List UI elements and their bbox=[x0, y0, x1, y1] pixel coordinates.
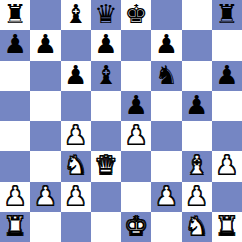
square-e3[interactable] bbox=[121, 151, 151, 181]
square-b7[interactable]: ♟ bbox=[30, 30, 60, 60]
square-b5[interactable] bbox=[30, 91, 60, 121]
black-rook[interactable]: ♜ bbox=[3, 1, 26, 27]
white-pawn[interactable]: ♟ bbox=[185, 183, 208, 209]
square-d6[interactable]: ♝ bbox=[91, 61, 121, 91]
square-c1[interactable] bbox=[61, 212, 91, 242]
white-knight[interactable]: ♞ bbox=[64, 152, 87, 178]
square-h3[interactable]: ♟ bbox=[212, 151, 242, 181]
square-a6[interactable] bbox=[0, 61, 30, 91]
black-pawn[interactable]: ♟ bbox=[34, 31, 57, 57]
square-f5[interactable] bbox=[151, 91, 181, 121]
square-a4[interactable] bbox=[0, 121, 30, 151]
black-king[interactable]: ♚ bbox=[124, 1, 147, 27]
square-d4[interactable] bbox=[91, 121, 121, 151]
square-e5[interactable]: ♟ bbox=[121, 91, 151, 121]
square-e7[interactable] bbox=[121, 30, 151, 60]
white-bishop[interactable]: ♝ bbox=[185, 152, 208, 178]
square-e2[interactable] bbox=[121, 182, 151, 212]
white-queen[interactable]: ♛ bbox=[94, 152, 117, 178]
square-a2[interactable]: ♟ bbox=[0, 182, 30, 212]
white-rook[interactable]: ♜ bbox=[3, 213, 26, 239]
square-b3[interactable] bbox=[30, 151, 60, 181]
black-pawn[interactable]: ♟ bbox=[155, 31, 178, 57]
square-g7[interactable] bbox=[182, 30, 212, 60]
square-e6[interactable] bbox=[121, 61, 151, 91]
square-g6[interactable] bbox=[182, 61, 212, 91]
square-a5[interactable] bbox=[0, 91, 30, 121]
square-f8[interactable] bbox=[151, 0, 181, 30]
square-c3[interactable]: ♞ bbox=[61, 151, 91, 181]
square-c5[interactable] bbox=[61, 91, 91, 121]
square-g3[interactable]: ♝ bbox=[182, 151, 212, 181]
black-pawn[interactable]: ♟ bbox=[3, 31, 26, 57]
black-bishop[interactable]: ♝ bbox=[64, 1, 87, 27]
black-pawn[interactable]: ♟ bbox=[185, 92, 208, 118]
square-g8[interactable] bbox=[182, 0, 212, 30]
square-d8[interactable]: ♛ bbox=[91, 0, 121, 30]
black-rook[interactable]: ♜ bbox=[215, 1, 238, 27]
square-c8[interactable]: ♝ bbox=[61, 0, 91, 30]
white-pawn[interactable]: ♟ bbox=[3, 183, 26, 209]
square-h1[interactable]: ♜ bbox=[212, 212, 242, 242]
square-b8[interactable] bbox=[30, 0, 60, 30]
white-pawn[interactable]: ♟ bbox=[215, 152, 238, 178]
square-a8[interactable]: ♜ bbox=[0, 0, 30, 30]
square-b2[interactable]: ♟ bbox=[30, 182, 60, 212]
square-f2[interactable]: ♟ bbox=[151, 182, 181, 212]
square-e4[interactable]: ♟ bbox=[121, 121, 151, 151]
square-f1[interactable] bbox=[151, 212, 181, 242]
square-d3[interactable]: ♛ bbox=[91, 151, 121, 181]
white-king[interactable]: ♚ bbox=[124, 213, 147, 239]
white-pawn[interactable]: ♟ bbox=[34, 183, 57, 209]
square-d2[interactable] bbox=[91, 182, 121, 212]
square-h2[interactable] bbox=[212, 182, 242, 212]
black-pawn[interactable]: ♟ bbox=[64, 62, 87, 88]
square-f3[interactable] bbox=[151, 151, 181, 181]
square-g4[interactable] bbox=[182, 121, 212, 151]
square-d7[interactable]: ♟ bbox=[91, 30, 121, 60]
white-pawn[interactable]: ♟ bbox=[64, 122, 87, 148]
square-d1[interactable] bbox=[91, 212, 121, 242]
square-f7[interactable]: ♟ bbox=[151, 30, 181, 60]
square-a7[interactable]: ♟ bbox=[0, 30, 30, 60]
white-pawn[interactable]: ♟ bbox=[155, 183, 178, 209]
square-g5[interactable]: ♟ bbox=[182, 91, 212, 121]
black-pawn[interactable]: ♟ bbox=[215, 62, 238, 88]
square-e8[interactable]: ♚ bbox=[121, 0, 151, 30]
square-c6[interactable]: ♟ bbox=[61, 61, 91, 91]
square-c4[interactable]: ♟ bbox=[61, 121, 91, 151]
black-knight[interactable]: ♞ bbox=[155, 62, 178, 88]
square-f6[interactable]: ♞ bbox=[151, 61, 181, 91]
chess-board: ♜♝♛♚♜♟♟♟♟♟♝♞♟♟♟♟♟♞♛♝♟♟♟♟♟♟♜♚♞♜ bbox=[0, 0, 242, 242]
black-pawn[interactable]: ♟ bbox=[124, 92, 147, 118]
square-a3[interactable] bbox=[0, 151, 30, 181]
white-pawn[interactable]: ♟ bbox=[64, 183, 87, 209]
square-h8[interactable]: ♜ bbox=[212, 0, 242, 30]
square-b4[interactable] bbox=[30, 121, 60, 151]
black-pawn[interactable]: ♟ bbox=[94, 31, 117, 57]
square-c7[interactable] bbox=[61, 30, 91, 60]
square-b1[interactable] bbox=[30, 212, 60, 242]
square-a1[interactable]: ♜ bbox=[0, 212, 30, 242]
square-b6[interactable] bbox=[30, 61, 60, 91]
square-g1[interactable]: ♞ bbox=[182, 212, 212, 242]
square-c2[interactable]: ♟ bbox=[61, 182, 91, 212]
square-d5[interactable] bbox=[91, 91, 121, 121]
square-g2[interactable]: ♟ bbox=[182, 182, 212, 212]
square-h5[interactable] bbox=[212, 91, 242, 121]
square-h4[interactable] bbox=[212, 121, 242, 151]
square-h6[interactable]: ♟ bbox=[212, 61, 242, 91]
black-queen[interactable]: ♛ bbox=[94, 1, 117, 27]
square-f4[interactable] bbox=[151, 121, 181, 151]
white-pawn[interactable]: ♟ bbox=[124, 122, 147, 148]
white-rook[interactable]: ♜ bbox=[215, 213, 238, 239]
black-bishop[interactable]: ♝ bbox=[94, 62, 117, 88]
white-knight[interactable]: ♞ bbox=[185, 213, 208, 239]
square-h7[interactable] bbox=[212, 30, 242, 60]
square-e1[interactable]: ♚ bbox=[121, 212, 151, 242]
